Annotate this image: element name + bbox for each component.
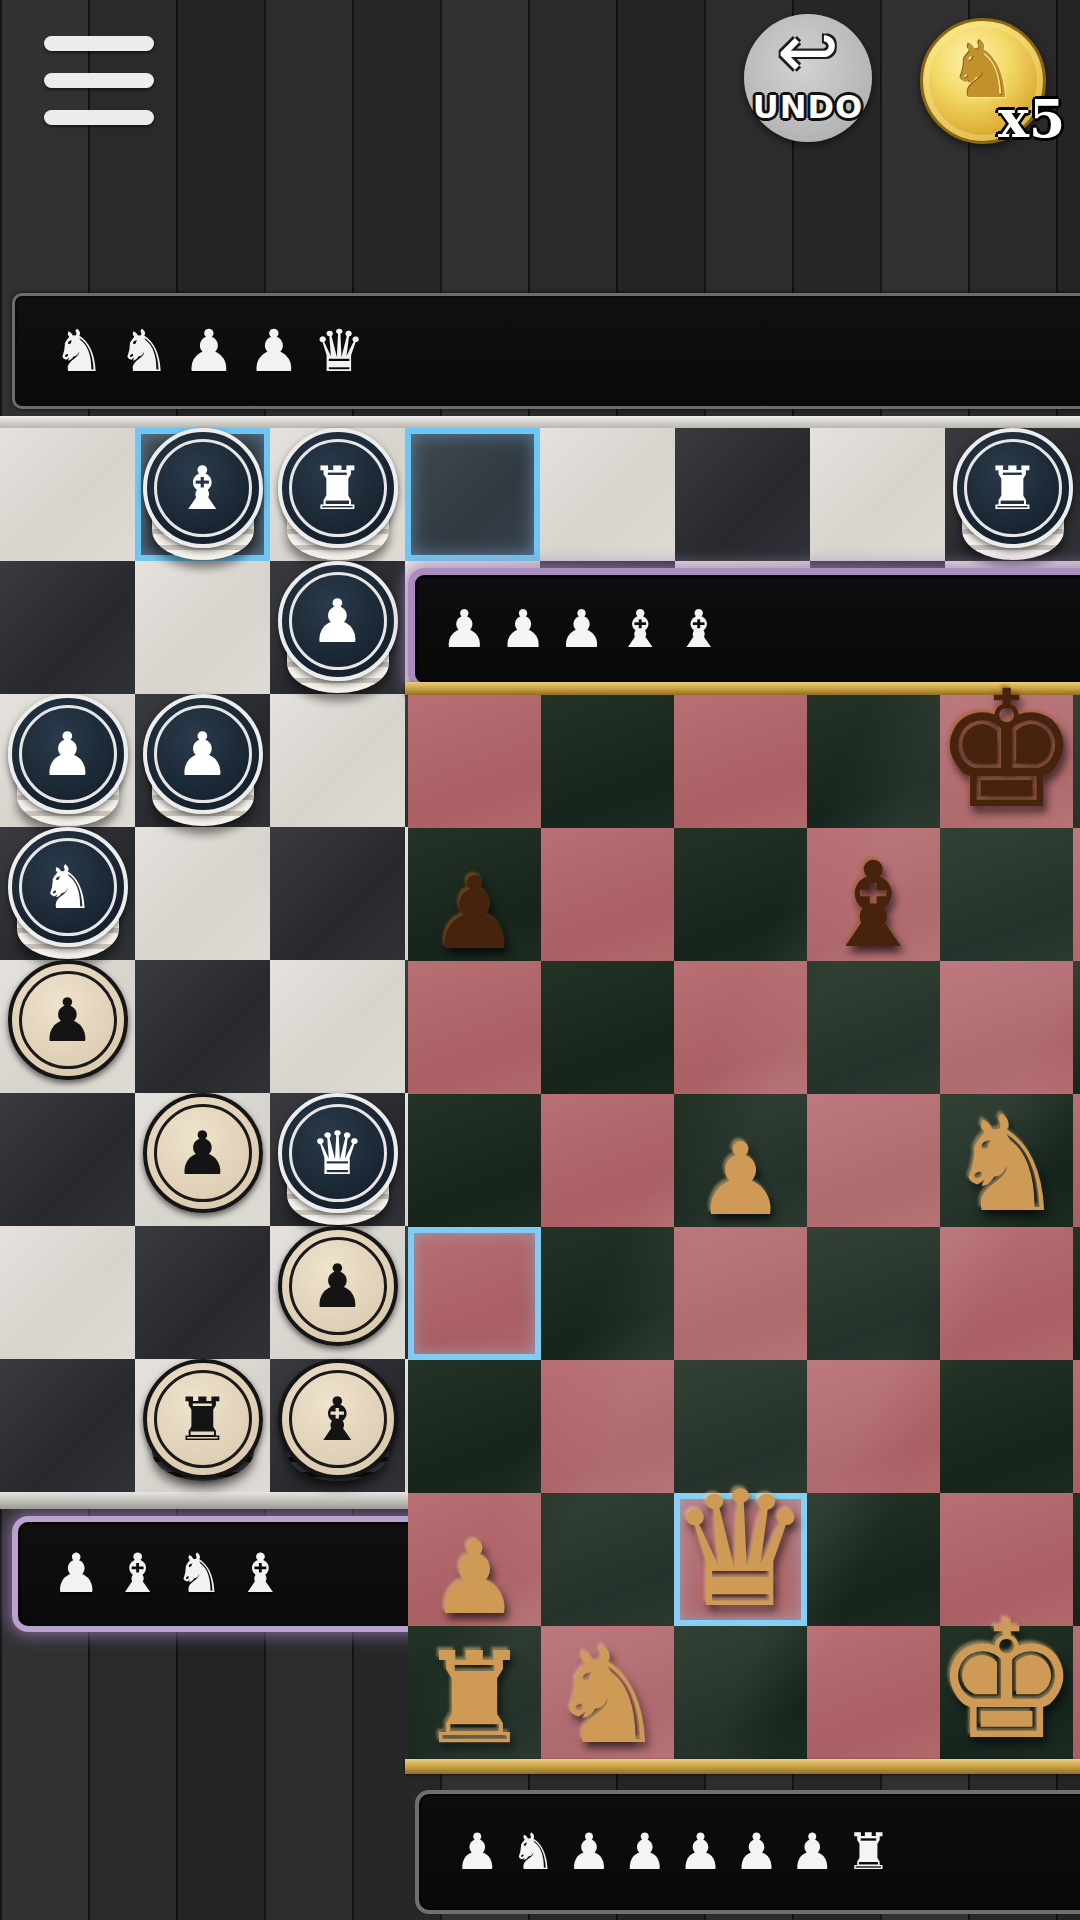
overlay-piece-light-rook[interactable]: ♜	[408, 1626, 541, 1759]
overlay-square-r5c3[interactable]	[807, 1360, 940, 1493]
main-square-r0c4[interactable]	[540, 428, 675, 561]
rook-icon: ♜	[418, 1639, 531, 1759]
overlay-square-r4c2[interactable]	[674, 1227, 807, 1360]
board-frame	[0, 416, 1080, 428]
overlay-piece-light-knight[interactable]: ♞	[940, 1094, 1073, 1227]
main-square-r6c1[interactable]	[135, 1226, 270, 1359]
coin-count: x5	[998, 88, 1065, 149]
undo-button[interactable]: ↩ UNDO	[744, 14, 872, 142]
main-square-r3c2[interactable]	[270, 827, 405, 960]
overlay-square-r1c4[interactable]	[940, 828, 1073, 961]
captured-piece: ♝	[676, 603, 723, 655]
overlay-square-r7c3[interactable]	[807, 1626, 940, 1759]
pawn-icon: ♟	[430, 1531, 520, 1626]
pawn-icon: ♟	[41, 990, 95, 1050]
captured-piece: ♟	[455, 1827, 500, 1877]
captured-piece: ♛	[313, 322, 365, 380]
captured-piece: ♟	[567, 1827, 612, 1877]
rook-icon: ♜	[986, 458, 1040, 518]
main-square-r2c2[interactable]	[270, 694, 405, 827]
overlay-square-r3c0[interactable]	[408, 1094, 541, 1227]
hamburger-menu-icon	[44, 110, 154, 125]
overlay-piece-dark-bishop[interactable]: ♝	[807, 828, 940, 961]
overlay-square-r7c2[interactable]	[674, 1626, 807, 1759]
overlay-piece-dark-pawn[interactable]: ♟	[408, 828, 541, 961]
captured-piece: ♞	[511, 1827, 556, 1877]
overlay-square-r1c5[interactable]	[1073, 828, 1080, 961]
captured-piece: ♟	[622, 1827, 667, 1877]
hamburger-menu-icon	[44, 73, 154, 88]
overlay-square-r4c0[interactable]	[408, 1227, 541, 1360]
overlay-square-r2c5[interactable]	[1073, 961, 1080, 1094]
pawn-icon: ♟	[311, 591, 365, 651]
undo-label: UNDO	[744, 88, 872, 126]
main-square-r1c0[interactable]	[0, 561, 135, 694]
captured-piece: ♟	[248, 322, 300, 380]
captured-piece: ♞	[118, 322, 170, 380]
overlay-square-r3c3[interactable]	[807, 1094, 940, 1227]
captured-piece: ♟	[183, 322, 235, 380]
overlay-square-r2c3[interactable]	[807, 961, 940, 1094]
overlay-captured-tray-bottom: ♟♞♟♟♟♟♟♜	[415, 1790, 1080, 1914]
overlay-square-r2c0[interactable]	[408, 961, 541, 1094]
pawn-icon: ♟	[311, 1256, 365, 1316]
pawn-icon: ♟	[176, 1123, 230, 1183]
captured-tray-top: ♞♞♟♟♛	[12, 293, 1080, 409]
knight-icon: ♞	[41, 857, 95, 917]
pawn-icon: ♟	[41, 724, 95, 784]
pawn-icon: ♟	[176, 724, 230, 784]
bishop-icon: ♝	[821, 849, 927, 961]
overlay-square-r2c4[interactable]	[940, 961, 1073, 1094]
knight-icon: ♞	[947, 1102, 1065, 1227]
bishop-icon: ♝	[176, 458, 230, 518]
main-square-r5c0[interactable]	[0, 1093, 135, 1226]
pawn-icon: ♟	[696, 1132, 786, 1227]
main-square-r0c0[interactable]	[0, 428, 135, 561]
overlay-square-r3c1[interactable]	[541, 1094, 674, 1227]
queen-icon: ♛	[669, 1474, 812, 1626]
overlay-square-r0c1[interactable]	[541, 695, 674, 828]
main-square-r0c3[interactable]	[405, 428, 540, 561]
main-square-r1c1[interactable]	[135, 561, 270, 694]
overlay-square-r5c5[interactable]	[1073, 1360, 1080, 1493]
captured-piece: ♟	[734, 1827, 779, 1877]
captured-piece: ♝	[617, 603, 664, 655]
undo-arrow-icon: ↩	[744, 8, 872, 94]
main-square-r7c0[interactable]	[0, 1359, 135, 1492]
rook-icon: ♜	[311, 458, 365, 518]
overlay-square-r3c5[interactable]	[1073, 1094, 1080, 1227]
overlay-square-r0c0[interactable]	[408, 695, 541, 828]
overlay-square-r0c3[interactable]	[807, 695, 940, 828]
captured-piece: ♞	[53, 322, 105, 380]
overlay-square-r6c1[interactable]	[541, 1493, 674, 1626]
overlay-square-r2c1[interactable]	[541, 961, 674, 1094]
overlay-square-r0c2[interactable]	[674, 695, 807, 828]
overlay-piece-dark-king[interactable]: ♚	[940, 695, 1073, 828]
captured-piece: ♟	[500, 603, 547, 655]
main-square-r6c0[interactable]	[0, 1226, 135, 1359]
queen-icon: ♛	[311, 1123, 365, 1183]
captured-piece: ♟	[52, 1547, 100, 1601]
overlay-square-r1c2[interactable]	[674, 828, 807, 961]
overlay-piece-light-king[interactable]: ♚	[940, 1626, 1073, 1759]
overlay-square-r4c3[interactable]	[807, 1227, 940, 1360]
overlay-square-r4c4[interactable]	[940, 1227, 1073, 1360]
overlay-board-window: ♟♟♟♝♝ ♚♟♝♟♞♟♛♜♞♚ ♟♞♟♟♟♟♟♜	[405, 562, 1080, 1920]
overlay-square-r1c1[interactable]	[541, 828, 674, 961]
board-frame-gold	[405, 1759, 1080, 1774]
main-square-r4c1[interactable]	[135, 960, 270, 1093]
overlay-piece-light-pawn[interactable]: ♟	[408, 1493, 541, 1626]
king-icon: ♚	[934, 674, 1079, 828]
captured-piece: ♟	[441, 603, 488, 655]
overlay-square-r6c3[interactable]	[807, 1493, 940, 1626]
overlay-square-r5c1[interactable]	[541, 1360, 674, 1493]
main-square-r0c5[interactable]	[675, 428, 810, 561]
main-square-r0c6[interactable]	[810, 428, 945, 561]
hamburger-menu-icon	[44, 36, 154, 51]
captured-piece: ♟	[558, 603, 605, 655]
overlay-piece-light-knight[interactable]: ♞	[541, 1626, 674, 1759]
captured-piece: ♞	[175, 1547, 223, 1601]
captured-piece: ♟	[678, 1827, 723, 1877]
captured-piece: ♟	[790, 1827, 835, 1877]
captured-piece: ♜	[846, 1827, 891, 1877]
king-icon: ♚	[934, 1605, 1079, 1759]
main-square-r4c2[interactable]	[270, 960, 405, 1093]
captured-piece: ♝	[236, 1547, 284, 1601]
menu-button[interactable]	[44, 36, 156, 131]
overlay-piece-light-queen[interactable]: ♛	[674, 1493, 807, 1626]
overlay-square-r4c5[interactable]	[1073, 1227, 1080, 1360]
overlay-square-r2c2[interactable]	[674, 961, 807, 1094]
overlay-square-r4c1[interactable]	[541, 1227, 674, 1360]
main-square-r3c1[interactable]	[135, 827, 270, 960]
bishop-icon: ♝	[311, 1389, 365, 1449]
pawn-icon: ♟	[430, 866, 520, 961]
captured-piece: ♝	[113, 1547, 161, 1601]
knight-icon: ♞	[548, 1634, 666, 1759]
overlay-square-r5c0[interactable]	[408, 1360, 541, 1493]
rook-icon: ♜	[176, 1389, 230, 1449]
overlay-piece-light-pawn[interactable]: ♟	[674, 1094, 807, 1227]
overlay-square-r5c4[interactable]	[940, 1360, 1073, 1493]
